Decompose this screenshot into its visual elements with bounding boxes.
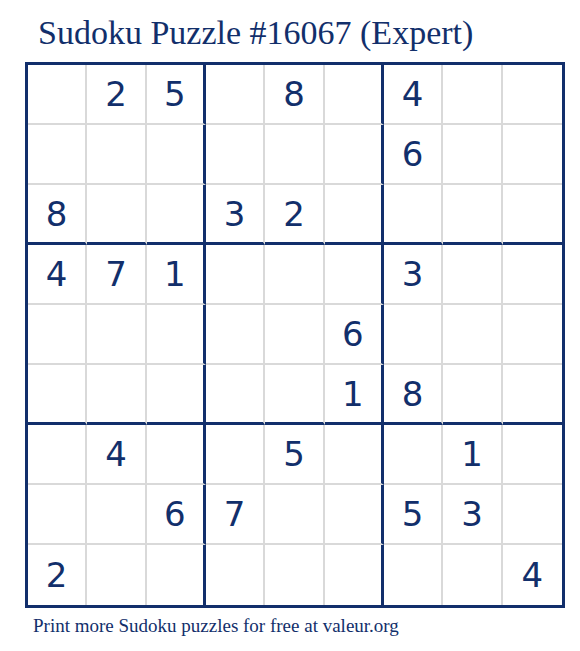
cell-r2c5 [265, 125, 324, 185]
cell-r7c3 [147, 425, 206, 485]
cell-r8c3: 6 [147, 485, 206, 545]
cell-r9c2 [87, 545, 146, 605]
cell-r4c6 [325, 245, 384, 305]
cell-r3c2 [87, 185, 146, 245]
cell-r1c2: 2 [87, 65, 146, 125]
cell-r3c9 [503, 185, 562, 245]
cell-r1c3: 5 [147, 65, 206, 125]
cell-r2c7: 6 [384, 125, 443, 185]
cell-r9c4 [206, 545, 265, 605]
cell-r6c5 [265, 365, 324, 425]
cell-r7c8: 1 [443, 425, 502, 485]
cell-r3c1: 8 [28, 185, 87, 245]
cell-r6c7: 8 [384, 365, 443, 425]
cell-r5c4 [206, 305, 265, 365]
cell-r9c7 [384, 545, 443, 605]
cell-r3c4: 3 [206, 185, 265, 245]
sudoku-board: 258468324713618451675324 [25, 62, 565, 608]
cell-r9c3 [147, 545, 206, 605]
cell-r9c8 [443, 545, 502, 605]
cell-r8c8: 3 [443, 485, 502, 545]
cell-r3c8 [443, 185, 502, 245]
cell-r4c9 [503, 245, 562, 305]
cell-r9c1: 2 [28, 545, 87, 605]
cell-r1c9 [503, 65, 562, 125]
cell-r3c5: 2 [265, 185, 324, 245]
cell-r2c4 [206, 125, 265, 185]
cell-r5c7 [384, 305, 443, 365]
cell-r9c9: 4 [503, 545, 562, 605]
cell-r6c4 [206, 365, 265, 425]
cell-r4c4 [206, 245, 265, 305]
cell-r4c8 [443, 245, 502, 305]
cell-r7c7 [384, 425, 443, 485]
cell-r5c1 [28, 305, 87, 365]
cell-r4c5 [265, 245, 324, 305]
cell-r6c6: 1 [325, 365, 384, 425]
cell-r3c3 [147, 185, 206, 245]
cell-r7c4 [206, 425, 265, 485]
cell-r6c9 [503, 365, 562, 425]
cell-r7c1 [28, 425, 87, 485]
cell-r5c5 [265, 305, 324, 365]
cell-r6c8 [443, 365, 502, 425]
cell-r2c9 [503, 125, 562, 185]
cell-r8c2 [87, 485, 146, 545]
cell-r7c6 [325, 425, 384, 485]
cell-r5c2 [87, 305, 146, 365]
cell-r8c4: 7 [206, 485, 265, 545]
cell-r7c2: 4 [87, 425, 146, 485]
cell-r6c3 [147, 365, 206, 425]
page-title: Sudoku Puzzle #16067 (Expert) [38, 13, 473, 53]
cell-r1c1 [28, 65, 87, 125]
cell-r4c3: 1 [147, 245, 206, 305]
cell-r4c1: 4 [28, 245, 87, 305]
cell-r1c8 [443, 65, 502, 125]
sudoku-page: Sudoku Puzzle #16067 (Expert) 2584683247… [0, 0, 580, 651]
cell-r8c7: 5 [384, 485, 443, 545]
cell-r5c6: 6 [325, 305, 384, 365]
cell-r5c8 [443, 305, 502, 365]
cell-r2c8 [443, 125, 502, 185]
cell-r1c6 [325, 65, 384, 125]
cell-r2c3 [147, 125, 206, 185]
cell-r1c7: 4 [384, 65, 443, 125]
cell-r4c7: 3 [384, 245, 443, 305]
cell-r5c9 [503, 305, 562, 365]
cell-r2c1 [28, 125, 87, 185]
cell-r8c9 [503, 485, 562, 545]
cell-r3c7 [384, 185, 443, 245]
cell-r4c2: 7 [87, 245, 146, 305]
cell-r6c1 [28, 365, 87, 425]
cell-r7c9 [503, 425, 562, 485]
cell-r8c5 [265, 485, 324, 545]
cell-r1c4 [206, 65, 265, 125]
cell-r8c1 [28, 485, 87, 545]
cell-r5c3 [147, 305, 206, 365]
footer-text: Print more Sudoku puzzles for free at va… [33, 615, 399, 637]
cell-r6c2 [87, 365, 146, 425]
cell-r8c6 [325, 485, 384, 545]
cell-r9c5 [265, 545, 324, 605]
cell-r9c6 [325, 545, 384, 605]
cell-r2c6 [325, 125, 384, 185]
cell-r7c5: 5 [265, 425, 324, 485]
cell-r1c5: 8 [265, 65, 324, 125]
cell-r2c2 [87, 125, 146, 185]
cell-r3c6 [325, 185, 384, 245]
